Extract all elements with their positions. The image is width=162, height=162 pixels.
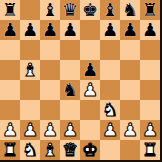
white-rook-icon[interactable]: ♜ bbox=[2, 140, 18, 160]
square-g1[interactable] bbox=[120, 140, 140, 160]
white-king-icon[interactable]: ♚ bbox=[82, 140, 98, 160]
square-e5[interactable]: ♟ bbox=[80, 60, 100, 80]
square-d8[interactable]: ♛ bbox=[60, 0, 80, 20]
black-pawn-icon[interactable]: ♟ bbox=[142, 20, 158, 40]
square-b3[interactable] bbox=[20, 100, 40, 120]
black-queen-icon[interactable]: ♛ bbox=[62, 0, 78, 20]
square-d4[interactable]: ♞ bbox=[60, 80, 80, 100]
square-f8[interactable]: ♝ bbox=[100, 0, 120, 20]
black-knight-icon[interactable]: ♞ bbox=[62, 80, 78, 100]
black-pawn-icon[interactable]: ♟ bbox=[102, 20, 118, 40]
square-b5[interactable]: ♝ bbox=[20, 60, 40, 80]
square-c2[interactable]: ♟ bbox=[40, 120, 60, 140]
white-pawn-icon[interactable]: ♟ bbox=[42, 120, 58, 140]
black-knight-icon[interactable]: ♞ bbox=[122, 0, 138, 20]
white-pawn-icon[interactable]: ♟ bbox=[62, 120, 78, 140]
square-d2[interactable]: ♟ bbox=[60, 120, 80, 140]
square-e7[interactable] bbox=[80, 20, 100, 40]
square-h5[interactable] bbox=[140, 60, 160, 80]
black-rook-icon[interactable]: ♜ bbox=[2, 0, 18, 20]
white-pawn-icon[interactable]: ♟ bbox=[22, 120, 38, 140]
square-h4[interactable] bbox=[140, 80, 160, 100]
white-knight-icon[interactable]: ♞ bbox=[102, 100, 118, 120]
black-pawn-icon[interactable]: ♟ bbox=[82, 60, 98, 80]
square-c1[interactable]: ♝ bbox=[40, 140, 60, 160]
black-pawn-icon[interactable]: ♟ bbox=[2, 20, 18, 40]
square-c5[interactable] bbox=[40, 60, 60, 80]
square-e4[interactable]: ♟ bbox=[80, 80, 100, 100]
square-h1[interactable]: ♜ bbox=[140, 140, 160, 160]
square-a3[interactable] bbox=[0, 100, 20, 120]
black-pawn-icon[interactable]: ♟ bbox=[62, 20, 78, 40]
white-knight-icon[interactable]: ♞ bbox=[22, 140, 38, 160]
square-b8[interactable] bbox=[20, 0, 40, 20]
square-g4[interactable] bbox=[120, 80, 140, 100]
square-c7[interactable]: ♟ bbox=[40, 20, 60, 40]
square-c8[interactable]: ♝ bbox=[40, 0, 60, 20]
square-b1[interactable]: ♞ bbox=[20, 140, 40, 160]
white-rook-icon[interactable]: ♜ bbox=[142, 140, 158, 160]
chess-board: ♜♝♛♚♝♞♜♟♟♟♟♟♟♟♝♟♞♟♞♟♟♟♟♟♟♟♜♞♝♛♚♜ bbox=[0, 0, 162, 162]
square-d7[interactable]: ♟ bbox=[60, 20, 80, 40]
square-e3[interactable] bbox=[80, 100, 100, 120]
square-a2[interactable]: ♟ bbox=[0, 120, 20, 140]
black-bishop-icon[interactable]: ♝ bbox=[42, 0, 58, 20]
square-c3[interactable] bbox=[40, 100, 60, 120]
square-e6[interactable] bbox=[80, 40, 100, 60]
square-g8[interactable]: ♞ bbox=[120, 0, 140, 20]
white-pawn-icon[interactable]: ♟ bbox=[102, 120, 118, 140]
square-b6[interactable] bbox=[20, 40, 40, 60]
square-d6[interactable] bbox=[60, 40, 80, 60]
square-b7[interactable]: ♟ bbox=[20, 20, 40, 40]
black-pawn-icon[interactable]: ♟ bbox=[42, 20, 58, 40]
square-g5[interactable] bbox=[120, 60, 140, 80]
white-pawn-icon[interactable]: ♟ bbox=[82, 80, 98, 100]
square-a4[interactable] bbox=[0, 80, 20, 100]
square-f4[interactable] bbox=[100, 80, 120, 100]
square-c6[interactable] bbox=[40, 40, 60, 60]
white-pawn-icon[interactable]: ♟ bbox=[142, 120, 158, 140]
square-d1[interactable]: ♛ bbox=[60, 140, 80, 160]
square-f3[interactable]: ♞ bbox=[100, 100, 120, 120]
square-h8[interactable]: ♜ bbox=[140, 0, 160, 20]
square-h2[interactable]: ♟ bbox=[140, 120, 160, 140]
square-f6[interactable] bbox=[100, 40, 120, 60]
square-g7[interactable]: ♟ bbox=[120, 20, 140, 40]
square-a5[interactable] bbox=[0, 60, 20, 80]
square-g2[interactable]: ♟ bbox=[120, 120, 140, 140]
square-h3[interactable] bbox=[140, 100, 160, 120]
white-bishop-icon[interactable]: ♝ bbox=[42, 140, 58, 160]
square-g3[interactable] bbox=[120, 100, 140, 120]
square-a1[interactable]: ♜ bbox=[0, 140, 20, 160]
square-e8[interactable]: ♚ bbox=[80, 0, 100, 20]
square-f5[interactable] bbox=[100, 60, 120, 80]
square-d3[interactable] bbox=[60, 100, 80, 120]
white-pawn-icon[interactable]: ♟ bbox=[2, 120, 18, 140]
square-a8[interactable]: ♜ bbox=[0, 0, 20, 20]
black-pawn-icon[interactable]: ♟ bbox=[22, 20, 38, 40]
black-pawn-icon[interactable]: ♟ bbox=[122, 20, 138, 40]
square-f2[interactable]: ♟ bbox=[100, 120, 120, 140]
square-b4[interactable] bbox=[20, 80, 40, 100]
square-f7[interactable]: ♟ bbox=[100, 20, 120, 40]
white-bishop-icon[interactable]: ♝ bbox=[22, 60, 38, 80]
square-a7[interactable]: ♟ bbox=[0, 20, 20, 40]
black-king-icon[interactable]: ♚ bbox=[82, 0, 98, 20]
square-e1[interactable]: ♚ bbox=[80, 140, 100, 160]
square-f1[interactable] bbox=[100, 140, 120, 160]
white-queen-icon[interactable]: ♛ bbox=[62, 140, 78, 160]
square-h7[interactable]: ♟ bbox=[140, 20, 160, 40]
square-g6[interactable] bbox=[120, 40, 140, 60]
square-e2[interactable] bbox=[80, 120, 100, 140]
square-a6[interactable] bbox=[0, 40, 20, 60]
black-rook-icon[interactable]: ♜ bbox=[142, 0, 158, 20]
square-d5[interactable] bbox=[60, 60, 80, 80]
black-bishop-icon[interactable]: ♝ bbox=[102, 0, 118, 20]
square-c4[interactable] bbox=[40, 80, 60, 100]
square-b2[interactable]: ♟ bbox=[20, 120, 40, 140]
square-h6[interactable] bbox=[140, 40, 160, 60]
white-pawn-icon[interactable]: ♟ bbox=[122, 120, 138, 140]
